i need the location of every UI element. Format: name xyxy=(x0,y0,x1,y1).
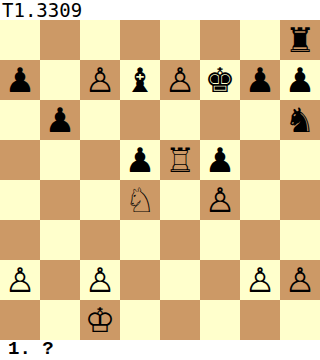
square-g2[interactable]: ♙ xyxy=(240,260,280,300)
piece-white-rook: ♖ xyxy=(165,140,195,180)
square-f3[interactable] xyxy=(200,220,240,260)
square-b5[interactable] xyxy=(40,140,80,180)
square-d8[interactable] xyxy=(120,20,160,60)
square-e8[interactable] xyxy=(160,20,200,60)
piece-white-king: ♔ xyxy=(85,300,115,340)
square-a3[interactable] xyxy=(0,220,40,260)
piece-white-pawn: ♙ xyxy=(85,260,115,300)
square-h5[interactable] xyxy=(280,140,320,180)
square-c1[interactable]: ♔ xyxy=(80,300,120,340)
square-c5[interactable] xyxy=(80,140,120,180)
square-e5[interactable]: ♖ xyxy=(160,140,200,180)
square-b2[interactable] xyxy=(40,260,80,300)
piece-black-pawn: ♟ xyxy=(285,60,315,100)
square-e1[interactable] xyxy=(160,300,200,340)
square-f7[interactable]: ♚ xyxy=(200,60,240,100)
square-e3[interactable] xyxy=(160,220,200,260)
square-f4[interactable]: ♙ xyxy=(200,180,240,220)
piece-black-pawn: ♟ xyxy=(205,140,235,180)
square-c4[interactable] xyxy=(80,180,120,220)
piece-black-pawn: ♟ xyxy=(245,60,275,100)
square-g3[interactable] xyxy=(240,220,280,260)
square-g7[interactable]: ♟ xyxy=(240,60,280,100)
square-d7[interactable]: ♝ xyxy=(120,60,160,100)
square-h2[interactable]: ♙ xyxy=(280,260,320,300)
square-h7[interactable]: ♟ xyxy=(280,60,320,100)
square-d2[interactable] xyxy=(120,260,160,300)
square-c3[interactable] xyxy=(80,220,120,260)
piece-white-pawn: ♙ xyxy=(245,260,275,300)
square-b7[interactable] xyxy=(40,60,80,100)
chess-puzzle-page: T1.3309 ♜♟♙♝♙♚♟♟♟♞♟♖♟♘♙♙♙♙♙♔ 1. ? xyxy=(0,0,320,360)
square-c6[interactable] xyxy=(80,100,120,140)
square-e7[interactable]: ♙ xyxy=(160,60,200,100)
square-f5[interactable]: ♟ xyxy=(200,140,240,180)
piece-white-pawn: ♙ xyxy=(165,60,195,100)
piece-black-knight: ♞ xyxy=(285,100,315,140)
chess-board: ♜♟♙♝♙♚♟♟♟♞♟♖♟♘♙♙♙♙♙♔ xyxy=(0,20,320,340)
square-h8[interactable]: ♜ xyxy=(280,20,320,60)
square-a1[interactable] xyxy=(0,300,40,340)
square-e2[interactable] xyxy=(160,260,200,300)
square-f6[interactable] xyxy=(200,100,240,140)
square-c2[interactable]: ♙ xyxy=(80,260,120,300)
square-c7[interactable]: ♙ xyxy=(80,60,120,100)
square-c8[interactable] xyxy=(80,20,120,60)
square-a5[interactable] xyxy=(0,140,40,180)
puzzle-id-label: T1.3309 xyxy=(0,0,320,20)
piece-black-pawn: ♟ xyxy=(125,140,155,180)
square-a7[interactable]: ♟ xyxy=(0,60,40,100)
piece-white-pawn: ♙ xyxy=(85,60,115,100)
piece-white-pawn: ♙ xyxy=(285,260,315,300)
move-prompt-label: 1. ? xyxy=(0,340,320,360)
square-g4[interactable] xyxy=(240,180,280,220)
square-a6[interactable] xyxy=(0,100,40,140)
square-f2[interactable] xyxy=(200,260,240,300)
square-b4[interactable] xyxy=(40,180,80,220)
piece-black-pawn: ♟ xyxy=(45,100,75,140)
square-b1[interactable] xyxy=(40,300,80,340)
square-d5[interactable]: ♟ xyxy=(120,140,160,180)
square-g6[interactable] xyxy=(240,100,280,140)
square-d3[interactable] xyxy=(120,220,160,260)
square-a8[interactable] xyxy=(0,20,40,60)
square-a2[interactable]: ♙ xyxy=(0,260,40,300)
square-h1[interactable] xyxy=(280,300,320,340)
piece-white-pawn: ♙ xyxy=(205,180,235,220)
square-g1[interactable] xyxy=(240,300,280,340)
piece-black-bishop: ♝ xyxy=(125,60,155,100)
square-d6[interactable] xyxy=(120,100,160,140)
square-h6[interactable]: ♞ xyxy=(280,100,320,140)
square-d1[interactable] xyxy=(120,300,160,340)
square-d4[interactable]: ♘ xyxy=(120,180,160,220)
piece-white-pawn: ♙ xyxy=(5,260,35,300)
square-h4[interactable] xyxy=(280,180,320,220)
piece-white-knight: ♘ xyxy=(125,180,155,220)
piece-black-king: ♚ xyxy=(205,60,235,100)
square-e4[interactable] xyxy=(160,180,200,220)
piece-black-pawn: ♟ xyxy=(5,60,35,100)
square-h3[interactable] xyxy=(280,220,320,260)
square-a4[interactable] xyxy=(0,180,40,220)
square-g5[interactable] xyxy=(240,140,280,180)
square-b6[interactable]: ♟ xyxy=(40,100,80,140)
square-g8[interactable] xyxy=(240,20,280,60)
square-b8[interactable] xyxy=(40,20,80,60)
square-e6[interactable] xyxy=(160,100,200,140)
piece-black-rook: ♜ xyxy=(285,20,315,60)
square-b3[interactable] xyxy=(40,220,80,260)
square-f1[interactable] xyxy=(200,300,240,340)
square-f8[interactable] xyxy=(200,20,240,60)
